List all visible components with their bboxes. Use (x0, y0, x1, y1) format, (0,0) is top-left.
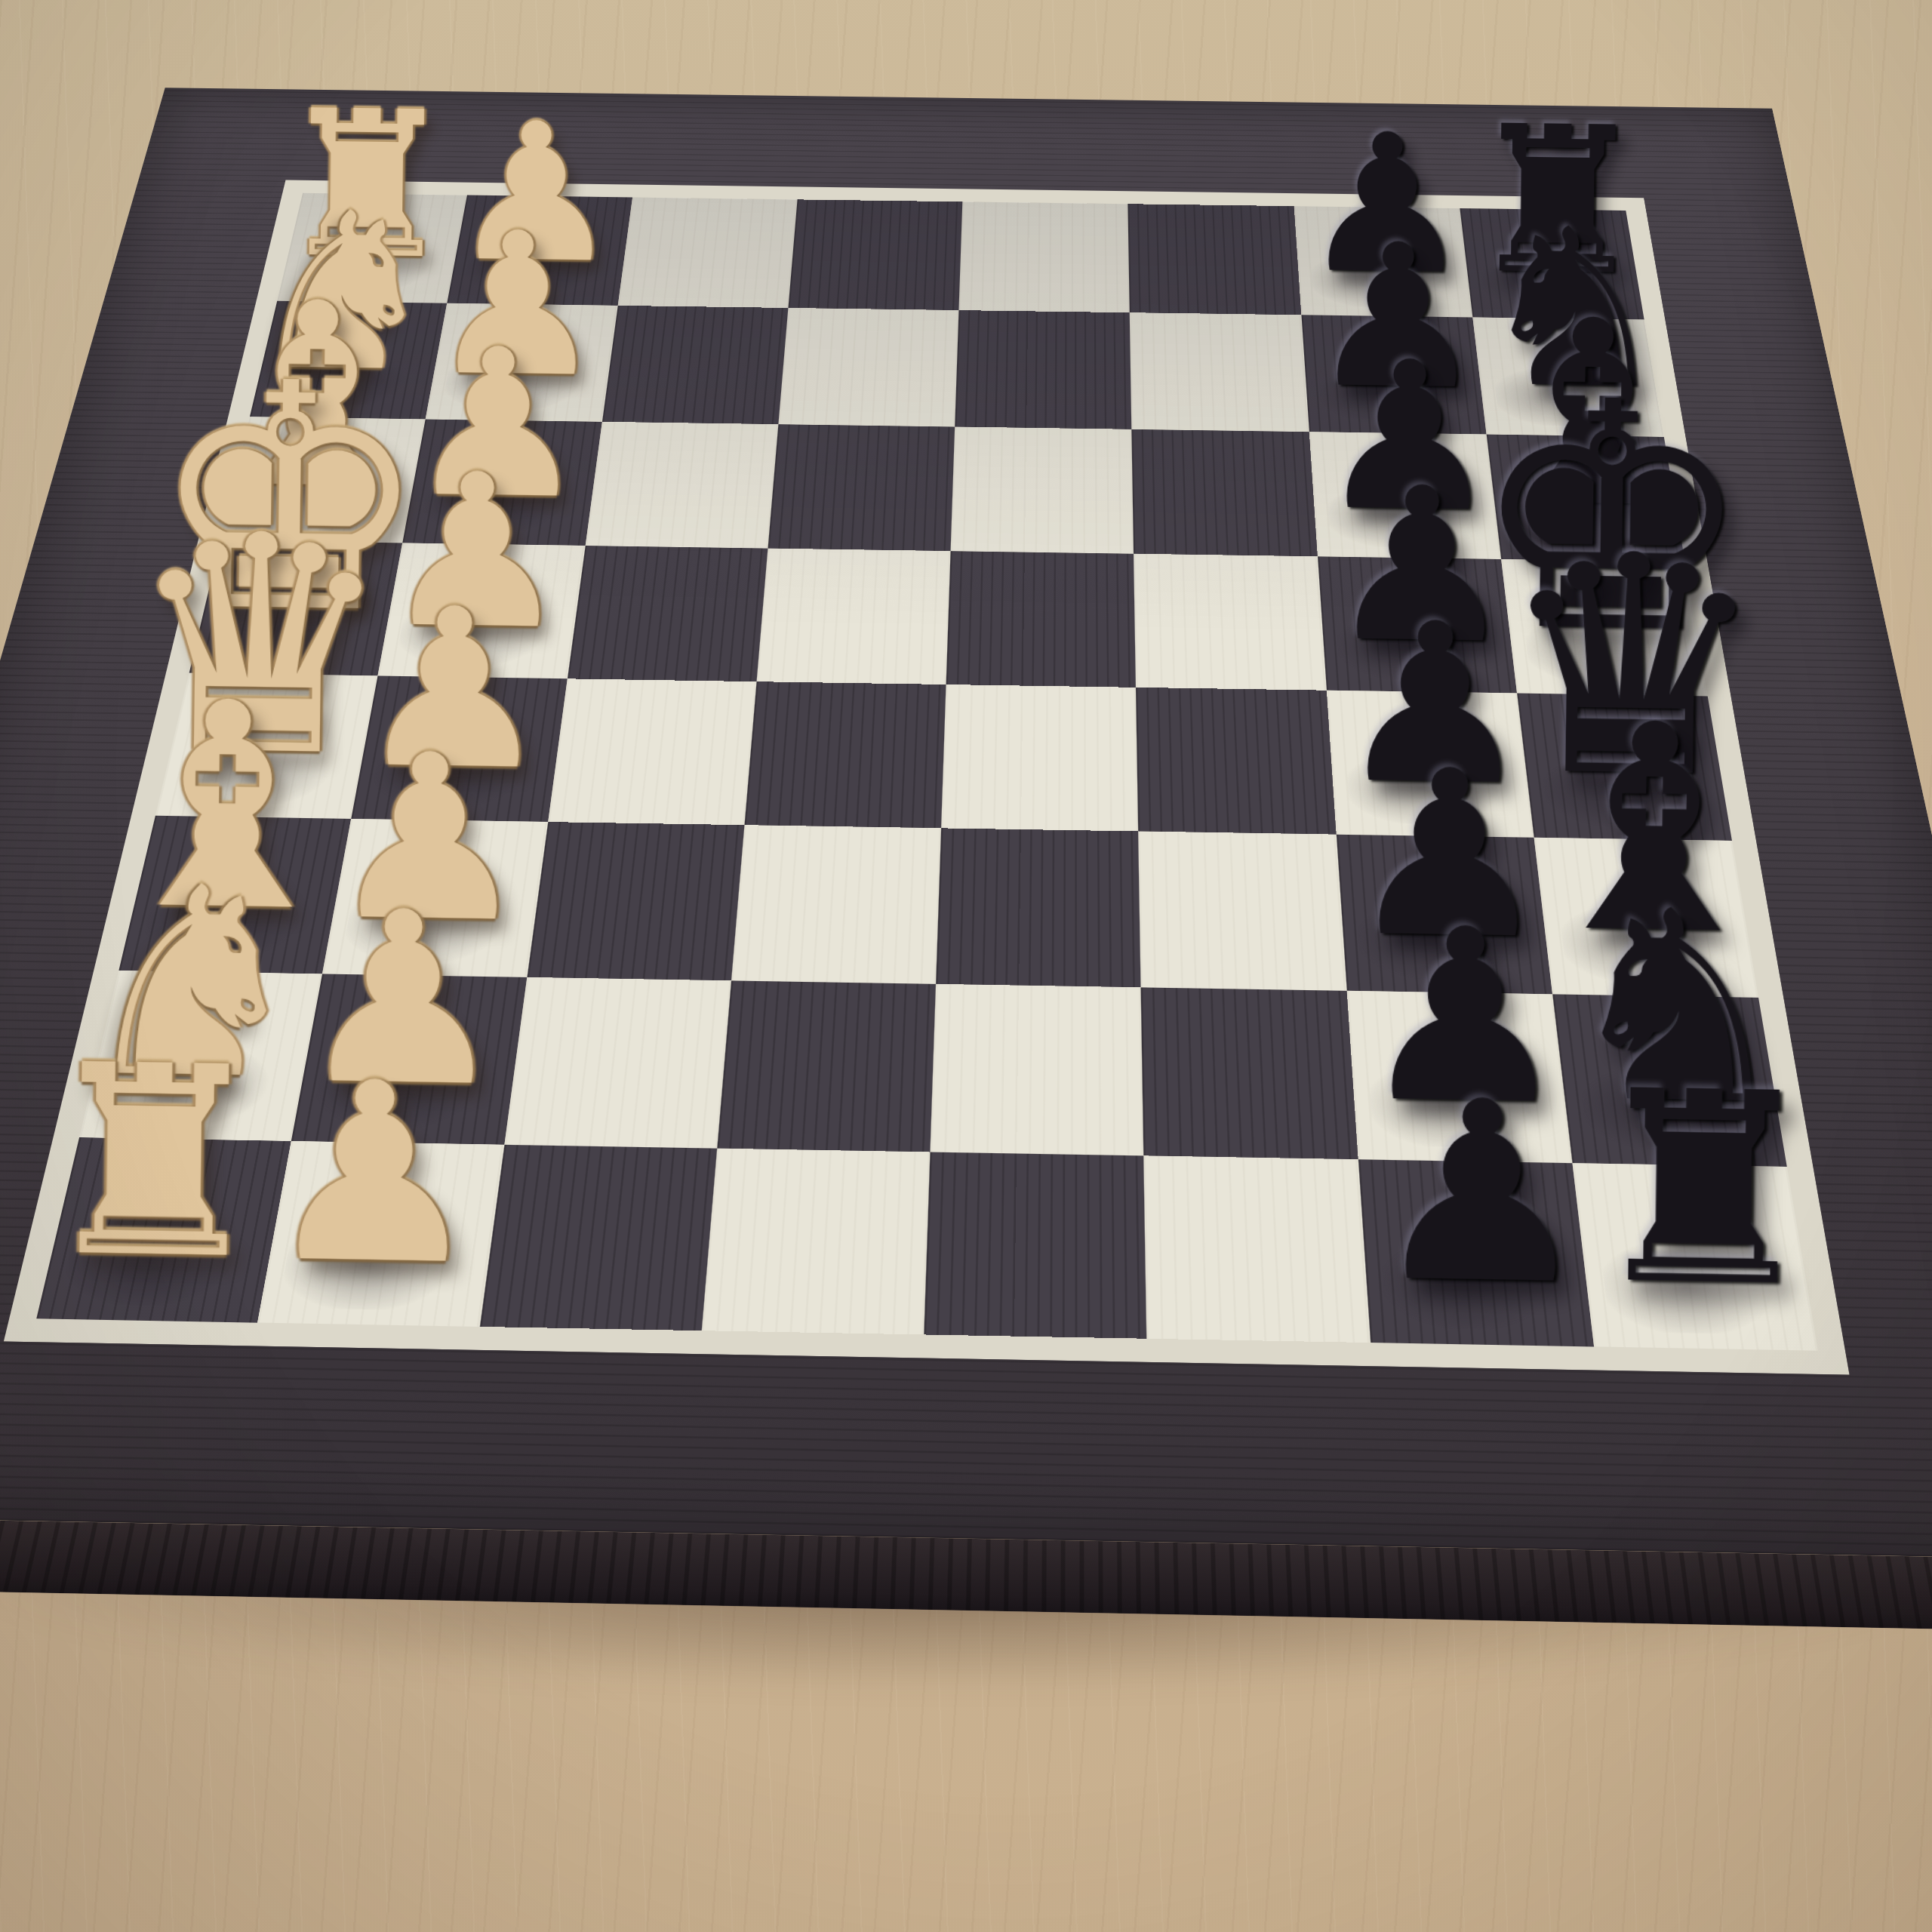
square-a2[interactable]: ♟ (257, 1141, 503, 1327)
square-c4[interactable] (731, 825, 941, 983)
square-a7[interactable]: ♟ (1358, 1159, 1594, 1346)
piece-white-pawn-a2[interactable]: ♟ (262, 1048, 487, 1300)
square-f5[interactable] (951, 426, 1134, 553)
square-f6[interactable] (1132, 429, 1318, 556)
piece-white-rook-a1[interactable]: ♜ (35, 1030, 273, 1297)
square-d4[interactable] (744, 681, 946, 828)
piece-black-rook-a8[interactable]: ♜ (1583, 1056, 1824, 1324)
square-c3[interactable] (527, 822, 744, 980)
square-d6[interactable] (1136, 688, 1336, 835)
square-a3[interactable] (479, 1145, 717, 1331)
square-a5[interactable] (924, 1152, 1146, 1338)
square-d5[interactable] (941, 685, 1138, 832)
square-b6[interactable] (1141, 987, 1358, 1159)
square-f4[interactable] (768, 424, 955, 551)
square-e3[interactable] (567, 546, 768, 681)
square-a4[interactable] (701, 1148, 930, 1334)
chess-board: ♜♟♟♜♞♟♟♞♝♟♟♝♚♟♟♚♛♟♟♛♝♟♟♝♞♟♟♞♜♟♟♜ (0, 88, 1932, 1632)
square-a6[interactable] (1144, 1155, 1371, 1343)
square-b4[interactable] (717, 980, 936, 1152)
board-grid: ♜♟♟♜♞♟♟♞♝♟♟♝♚♟♟♚♛♟♟♛♝♟♟♝♞♟♟♞♜♟♟♜ (36, 193, 1818, 1351)
square-b3[interactable] (504, 977, 731, 1148)
square-b5[interactable] (930, 983, 1143, 1155)
square-a1[interactable]: ♜ (36, 1137, 291, 1323)
piece-black-pawn-a7[interactable]: ♟ (1367, 1067, 1594, 1320)
square-a8[interactable]: ♜ (1572, 1163, 1818, 1351)
square-c6[interactable] (1138, 832, 1346, 991)
